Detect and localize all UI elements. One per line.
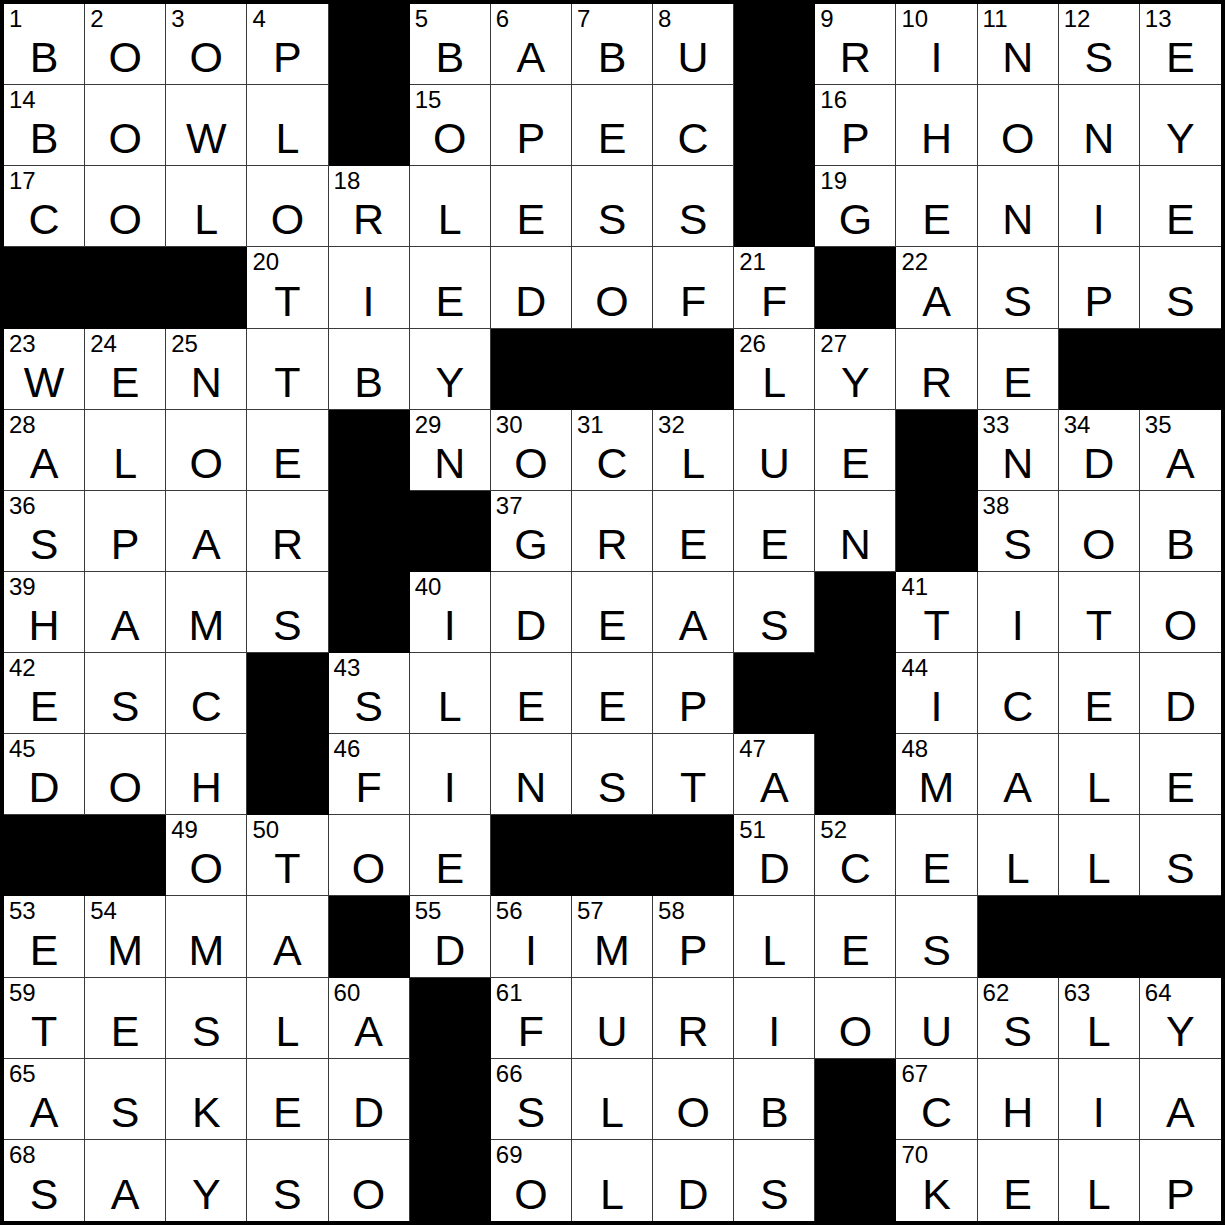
cell-letter: R [896, 361, 976, 404]
letter-cell[interactable]: E [247, 1059, 328, 1140]
black-cell [572, 815, 653, 896]
letter-cell[interactable]: O [85, 85, 166, 166]
letter-cell[interactable]: N [1059, 85, 1140, 166]
clue-number: 4 [252, 5, 265, 33]
letter-cell[interactable]: 31C [572, 410, 653, 491]
letter-cell[interactable]: O [815, 978, 896, 1059]
cell-letter: L [572, 1091, 652, 1134]
letter-cell[interactable]: 35A [1140, 410, 1221, 491]
letter-cell[interactable]: L [410, 653, 491, 734]
letter-cell[interactable]: L [1059, 1140, 1140, 1221]
letter-cell[interactable]: E [572, 653, 653, 734]
black-cell [572, 329, 653, 410]
cell-letter: S [1059, 36, 1139, 79]
letter-cell[interactable]: D [491, 572, 572, 653]
clue-number: 45 [9, 735, 36, 763]
cell-letter: A [896, 280, 976, 323]
letter-cell[interactable]: 7B [572, 4, 653, 85]
letter-cell[interactable]: E [410, 815, 491, 896]
cell-letter: D [4, 766, 84, 809]
letter-cell[interactable]: 5B [410, 4, 491, 85]
cell-letter: L [410, 198, 490, 241]
clue-number: 2 [90, 5, 103, 33]
letter-cell[interactable]: R [653, 978, 734, 1059]
letter-cell[interactable]: O [653, 1059, 734, 1140]
clue-number: 59 [9, 979, 36, 1007]
letter-cell[interactable]: L [1059, 734, 1140, 815]
cell-letter: L [734, 361, 814, 404]
letter-cell[interactable]: E [1140, 734, 1221, 815]
letter-cell[interactable]: 17C [4, 166, 85, 247]
letter-cell[interactable]: S [734, 1140, 815, 1221]
letter-cell[interactable]: 48M [896, 734, 977, 815]
letter-cell[interactable]: S [572, 166, 653, 247]
letter-cell[interactable]: U [734, 410, 815, 491]
letter-cell[interactable]: H [166, 734, 247, 815]
cell-letter: S [1140, 847, 1221, 890]
letter-cell[interactable]: S [85, 653, 166, 734]
clue-number: 21 [739, 248, 766, 276]
cell-letter: R [572, 523, 652, 566]
letter-cell[interactable]: 38S [978, 491, 1059, 572]
letter-cell[interactable]: N [491, 734, 572, 815]
letter-cell[interactable]: S [1140, 247, 1221, 328]
clue-number: 53 [9, 897, 36, 925]
letter-cell[interactable]: 49O [166, 815, 247, 896]
clue-number: 39 [9, 573, 36, 601]
letter-cell[interactable]: L [410, 166, 491, 247]
letter-cell[interactable]: 63L [1059, 978, 1140, 1059]
letter-cell[interactable]: 33N [978, 410, 1059, 491]
letter-cell[interactable]: 23W [4, 329, 85, 410]
letter-cell[interactable]: O [247, 166, 328, 247]
black-cell [896, 410, 977, 491]
letter-cell[interactable]: 9R [815, 4, 896, 85]
cell-letter: A [491, 36, 571, 79]
cell-letter: A [85, 1173, 165, 1216]
clue-number: 19 [820, 167, 847, 195]
letter-cell[interactable]: 53E [4, 896, 85, 977]
letter-cell[interactable]: S [896, 896, 977, 977]
clue-number: 65 [9, 1060, 36, 1088]
letter-cell[interactable]: 47A [734, 734, 815, 815]
letter-cell[interactable]: K [166, 1059, 247, 1140]
letter-cell[interactable]: H [978, 1059, 1059, 1140]
cell-letter: I [896, 36, 976, 79]
letter-cell[interactable]: R [247, 491, 328, 572]
letter-cell[interactable]: 26L [734, 329, 815, 410]
letter-cell[interactable]: M [166, 572, 247, 653]
letter-cell[interactable]: A [85, 572, 166, 653]
cell-letter: L [410, 685, 490, 728]
letter-cell[interactable]: M [166, 896, 247, 977]
cell-letter: O [85, 198, 165, 241]
letter-cell[interactable]: D [329, 1059, 410, 1140]
cell-letter: E [491, 685, 571, 728]
cell-letter: L [1059, 847, 1139, 890]
letter-cell[interactable]: T [1059, 572, 1140, 653]
black-cell [491, 815, 572, 896]
clue-number: 17 [9, 167, 36, 195]
letter-cell[interactable]: N [978, 166, 1059, 247]
letter-cell[interactable]: P [491, 85, 572, 166]
cell-letter: N [1059, 117, 1139, 160]
letter-cell[interactable]: 29N [410, 410, 491, 491]
black-cell [1140, 896, 1221, 977]
letter-cell[interactable]: E [85, 978, 166, 1059]
letter-cell[interactable]: D [653, 1140, 734, 1221]
letter-cell[interactable]: 39H [4, 572, 85, 653]
letter-cell[interactable]: 36S [4, 491, 85, 572]
letter-cell[interactable]: 62S [978, 978, 1059, 1059]
cell-letter: A [1140, 1091, 1221, 1134]
cell-letter: F [329, 766, 409, 809]
cell-letter: O [978, 117, 1058, 160]
letter-cell[interactable]: L [978, 815, 1059, 896]
black-cell [247, 653, 328, 734]
cell-letter: F [653, 280, 733, 323]
letter-cell[interactable]: 54M [85, 896, 166, 977]
cell-letter: C [815, 847, 895, 890]
letter-cell[interactable]: 2O [85, 4, 166, 85]
cell-letter: U [653, 36, 733, 79]
letter-cell[interactable]: L [1059, 815, 1140, 896]
letter-cell[interactable]: 1B [4, 4, 85, 85]
letter-cell[interactable]: 21F [734, 247, 815, 328]
cell-letter: S [4, 523, 84, 566]
clue-number: 68 [9, 1141, 36, 1169]
cell-letter: P [653, 929, 733, 972]
cell-letter: S [734, 1173, 814, 1216]
cell-letter: A [653, 604, 733, 647]
letter-cell[interactable]: E [978, 329, 1059, 410]
cell-letter: E [896, 847, 976, 890]
cell-letter: B [4, 36, 84, 79]
letter-cell[interactable]: 13E [1140, 4, 1221, 85]
cell-letter: E [978, 361, 1058, 404]
letter-cell[interactable]: 32L [653, 410, 734, 491]
cell-letter: A [329, 1010, 409, 1053]
letter-cell[interactable]: O [85, 734, 166, 815]
letter-cell[interactable]: 69O [491, 1140, 572, 1221]
letter-cell[interactable]: 12S [1059, 4, 1140, 85]
letter-cell[interactable]: L [572, 1140, 653, 1221]
letter-cell[interactable]: O [85, 166, 166, 247]
letter-cell[interactable]: B [329, 329, 410, 410]
letter-cell[interactable]: P [653, 653, 734, 734]
letter-cell[interactable]: 40I [410, 572, 491, 653]
cell-letter: L [572, 1173, 652, 1216]
letter-cell[interactable]: A [85, 1140, 166, 1221]
letter-cell[interactable]: S [653, 166, 734, 247]
letter-cell[interactable]: 25N [166, 329, 247, 410]
letter-cell[interactable]: 65A [4, 1059, 85, 1140]
letter-cell[interactable]: H [896, 85, 977, 166]
letter-cell[interactable]: U [896, 978, 977, 1059]
cell-letter: O [166, 847, 246, 890]
letter-cell[interactable]: 8U [653, 4, 734, 85]
letter-cell[interactable]: 56I [491, 896, 572, 977]
letter-cell[interactable]: I [410, 734, 491, 815]
letter-cell[interactable]: T [247, 329, 328, 410]
clue-number: 58 [658, 897, 685, 925]
letter-cell[interactable]: 61F [491, 978, 572, 1059]
letter-cell[interactable]: Y [166, 1140, 247, 1221]
letter-cell[interactable]: 10I [896, 4, 977, 85]
letter-cell[interactable]: 59T [4, 978, 85, 1059]
letter-cell[interactable]: 15O [410, 85, 491, 166]
letter-cell[interactable]: 42E [4, 653, 85, 734]
letter-cell[interactable]: S [247, 1140, 328, 1221]
cell-letter: O [166, 36, 246, 79]
letter-cell[interactable]: R [896, 329, 977, 410]
clue-number: 10 [901, 5, 928, 33]
cell-letter: L [978, 847, 1058, 890]
letter-cell[interactable]: L [734, 896, 815, 977]
letter-cell[interactable]: W [166, 85, 247, 166]
cell-letter: O [329, 1173, 409, 1216]
letter-cell[interactable]: E [815, 896, 896, 977]
letter-cell[interactable]: 45D [4, 734, 85, 815]
clue-number: 32 [658, 411, 685, 439]
letter-cell[interactable]: A [1140, 1059, 1221, 1140]
letter-cell[interactable]: 52C [815, 815, 896, 896]
cell-letter: I [734, 1010, 814, 1053]
letter-cell[interactable]: C [653, 85, 734, 166]
cell-letter: P [491, 117, 571, 160]
letter-cell[interactable]: N [815, 491, 896, 572]
letter-cell[interactable]: 57M [572, 896, 653, 977]
letter-cell[interactable]: I [1059, 1059, 1140, 1140]
clue-number: 52 [820, 816, 847, 844]
black-cell [734, 653, 815, 734]
cell-letter: L [85, 442, 165, 485]
cell-letter: S [978, 523, 1058, 566]
cell-letter: E [815, 442, 895, 485]
black-cell [491, 329, 572, 410]
letter-cell[interactable]: A [653, 572, 734, 653]
letter-cell[interactable]: A [247, 896, 328, 977]
letter-cell[interactable]: I [734, 978, 815, 1059]
letter-cell[interactable]: 70K [896, 1140, 977, 1221]
letter-cell[interactable]: P [85, 491, 166, 572]
letter-cell[interactable]: 28A [4, 410, 85, 491]
letter-cell[interactable]: L [247, 978, 328, 1059]
letter-cell[interactable]: L [572, 1059, 653, 1140]
letter-cell[interactable]: 58P [653, 896, 734, 977]
letter-cell[interactable]: O [1140, 572, 1221, 653]
letter-cell[interactable]: 44I [896, 653, 977, 734]
cell-letter: E [4, 685, 84, 728]
letter-cell[interactable]: O [978, 85, 1059, 166]
letter-cell[interactable]: C [978, 653, 1059, 734]
letter-cell[interactable]: E [1059, 653, 1140, 734]
letter-cell[interactable]: L [247, 85, 328, 166]
clue-number: 29 [415, 411, 442, 439]
cell-letter: I [978, 604, 1058, 647]
letter-cell[interactable]: A [978, 734, 1059, 815]
letter-cell[interactable]: S [572, 734, 653, 815]
cell-letter: O [1059, 523, 1139, 566]
letter-cell[interactable]: 50T [247, 815, 328, 896]
letter-cell[interactable]: 22A [896, 247, 977, 328]
clue-number: 31 [577, 411, 604, 439]
letter-cell[interactable]: 11N [978, 4, 1059, 85]
letter-cell[interactable]: 6A [491, 4, 572, 85]
cell-letter: M [896, 766, 976, 809]
letter-cell[interactable]: 43S [329, 653, 410, 734]
cell-letter: D [410, 929, 490, 972]
clue-number: 15 [415, 86, 442, 114]
letter-cell[interactable]: 66S [491, 1059, 572, 1140]
letter-cell[interactable]: I [978, 572, 1059, 653]
letter-cell[interactable]: 16P [815, 85, 896, 166]
letter-cell[interactable]: O [329, 815, 410, 896]
letter-cell[interactable]: 41T [896, 572, 977, 653]
letter-cell[interactable]: S [1140, 815, 1221, 896]
clue-number: 67 [901, 1060, 928, 1088]
cell-letter: E [491, 198, 571, 241]
letter-cell[interactable]: S [978, 247, 1059, 328]
letter-cell[interactable]: F [653, 247, 734, 328]
black-cell [815, 572, 896, 653]
cell-letter: C [978, 685, 1058, 728]
cell-letter: E [4, 929, 84, 972]
letter-cell[interactable]: L [166, 166, 247, 247]
letter-cell[interactable]: 30O [491, 410, 572, 491]
letter-cell[interactable]: 34D [1059, 410, 1140, 491]
letter-cell[interactable]: S [734, 572, 815, 653]
letter-cell[interactable]: 19G [815, 166, 896, 247]
letter-cell[interactable]: 18R [329, 166, 410, 247]
cell-letter: O [572, 280, 652, 323]
letter-cell[interactable]: E [572, 85, 653, 166]
letter-cell[interactable]: B [734, 1059, 815, 1140]
cell-letter: B [329, 361, 409, 404]
black-cell [734, 4, 815, 85]
letter-cell[interactable]: 14B [4, 85, 85, 166]
black-cell [410, 491, 491, 572]
cell-letter: S [166, 1010, 246, 1053]
letter-cell[interactable]: U [572, 978, 653, 1059]
cell-letter: E [572, 685, 652, 728]
letter-cell[interactable]: S [166, 978, 247, 1059]
letter-cell[interactable]: I [1059, 166, 1140, 247]
black-cell [1059, 329, 1140, 410]
black-cell [734, 85, 815, 166]
cell-letter: S [653, 198, 733, 241]
cell-letter: E [815, 929, 895, 972]
cell-letter: E [653, 523, 733, 566]
letter-cell[interactable]: E [896, 815, 977, 896]
letter-cell[interactable]: E [978, 1140, 1059, 1221]
letter-cell[interactable]: E [247, 410, 328, 491]
letter-cell[interactable]: O [329, 1140, 410, 1221]
cell-letter: A [4, 442, 84, 485]
clue-number: 47 [739, 735, 766, 763]
cell-letter: R [329, 198, 409, 241]
cell-letter: P [653, 685, 733, 728]
cell-letter: E [85, 361, 165, 404]
letter-cell[interactable]: I [329, 247, 410, 328]
letter-cell[interactable]: B [1140, 491, 1221, 572]
letter-cell[interactable]: 24E [85, 329, 166, 410]
letter-cell[interactable]: 4P [247, 4, 328, 85]
clue-number: 62 [983, 979, 1010, 1007]
cell-letter: S [896, 929, 976, 972]
letter-cell[interactable]: P [1140, 1140, 1221, 1221]
letter-cell[interactable]: C [166, 653, 247, 734]
cell-letter: O [166, 442, 246, 485]
cell-letter: L [247, 117, 327, 160]
letter-cell[interactable]: P [1059, 247, 1140, 328]
cell-letter: S [572, 766, 652, 809]
letter-cell[interactable]: A [166, 491, 247, 572]
letter-cell[interactable]: E [491, 653, 572, 734]
clue-number: 11 [983, 5, 1008, 33]
letter-cell[interactable]: O [572, 247, 653, 328]
letter-cell[interactable]: E [572, 572, 653, 653]
letter-cell[interactable]: T [653, 734, 734, 815]
letter-cell[interactable]: E [734, 491, 815, 572]
cell-letter: K [166, 1091, 246, 1134]
letter-cell[interactable]: E [815, 410, 896, 491]
letter-cell[interactable]: 20T [247, 247, 328, 328]
letter-cell[interactable]: R [572, 491, 653, 572]
letter-cell[interactable]: E [896, 166, 977, 247]
letter-cell[interactable]: 67C [896, 1059, 977, 1140]
letter-cell[interactable]: E [410, 247, 491, 328]
letter-cell[interactable]: S [85, 1059, 166, 1140]
letter-cell[interactable]: E [1140, 166, 1221, 247]
black-cell [4, 247, 85, 328]
cell-letter: G [815, 198, 895, 241]
letter-cell[interactable]: E [491, 166, 572, 247]
letter-cell[interactable]: O [166, 410, 247, 491]
letter-cell[interactable]: Y [1140, 85, 1221, 166]
letter-cell[interactable]: 64Y [1140, 978, 1221, 1059]
letter-cell[interactable]: 46F [329, 734, 410, 815]
letter-cell[interactable]: 27Y [815, 329, 896, 410]
letter-cell[interactable]: Y [410, 329, 491, 410]
cell-letter: E [410, 847, 490, 890]
letter-cell[interactable]: 60A [329, 978, 410, 1059]
clue-number: 6 [496, 5, 509, 33]
cell-letter: L [1059, 1173, 1139, 1216]
letter-cell[interactable]: L [85, 410, 166, 491]
letter-cell[interactable]: E [653, 491, 734, 572]
cell-letter: R [653, 1010, 733, 1053]
letter-cell[interactable]: 51D [734, 815, 815, 896]
cell-letter: R [247, 523, 327, 566]
cell-letter: S [1140, 280, 1221, 323]
cell-letter: I [410, 766, 490, 809]
cell-letter: C [572, 442, 652, 485]
letter-cell[interactable]: D [491, 247, 572, 328]
clue-number: 70 [901, 1141, 928, 1169]
cell-letter: B [4, 117, 84, 160]
cell-letter: L [1059, 1010, 1139, 1053]
letter-cell[interactable]: D [1140, 653, 1221, 734]
cell-letter: M [166, 929, 246, 972]
letter-cell[interactable]: O [1059, 491, 1140, 572]
letter-cell[interactable]: 3O [166, 4, 247, 85]
black-cell [410, 1059, 491, 1140]
letter-cell[interactable]: 37G [491, 491, 572, 572]
letter-cell[interactable]: 68S [4, 1140, 85, 1221]
letter-cell[interactable]: S [247, 572, 328, 653]
letter-cell[interactable]: 55D [410, 896, 491, 977]
